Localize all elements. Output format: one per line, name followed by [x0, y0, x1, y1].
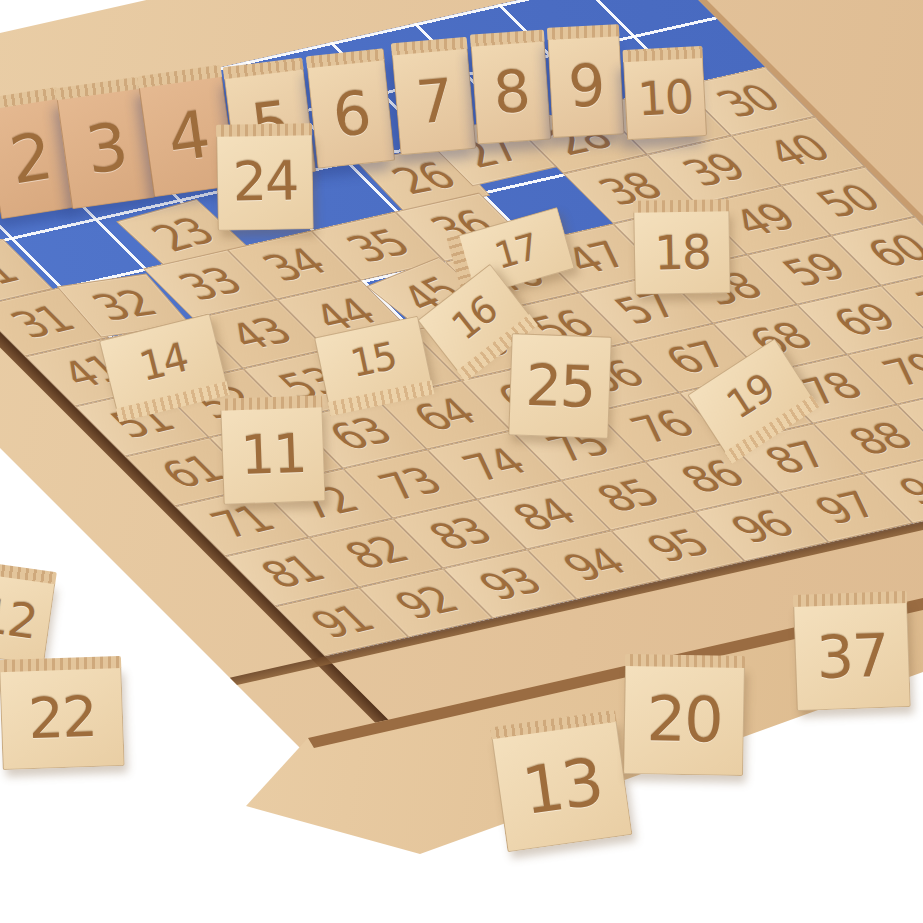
tile-24[interactable]: 24	[216, 133, 314, 231]
tile-number: 81	[252, 550, 331, 593]
tile-number: 17	[491, 229, 541, 275]
tile-edge	[0, 561, 57, 585]
tile-number: 73	[370, 463, 449, 506]
tile-number: 12	[0, 591, 39, 645]
tile-number: 79	[874, 349, 923, 392]
tile-number: 24	[232, 154, 298, 209]
tile-number: 76	[622, 406, 701, 449]
tile-number: 2	[5, 123, 54, 193]
tile-number: 14	[135, 337, 190, 387]
tile-number: 21	[0, 252, 26, 295]
tile-10[interactable]: 10	[623, 56, 707, 140]
tile-edge	[216, 123, 312, 137]
tile-number: 95	[638, 524, 717, 567]
tile-number: 35	[338, 225, 417, 268]
tile-number: 33	[170, 263, 249, 306]
tile-number: 31	[2, 301, 81, 344]
tile-number: 43	[220, 313, 299, 356]
tile-number: 98	[890, 468, 923, 511]
tile-number: 85	[588, 475, 667, 518]
tile-number: 87	[756, 437, 835, 480]
tile-9[interactable]: 9	[547, 34, 624, 138]
tile-number: 30	[708, 80, 787, 123]
tile-number: 10	[637, 74, 694, 123]
tile-number: 74	[454, 444, 533, 487]
tile-37[interactable]: 37	[793, 601, 911, 711]
tile-13[interactable]: 13	[492, 720, 633, 852]
tile-number: 63	[320, 413, 399, 456]
tile-edge	[633, 199, 729, 213]
tile-number: 60	[858, 230, 923, 273]
tile-number: 3	[82, 113, 130, 183]
tile-number: 61	[152, 451, 231, 494]
tile-25[interactable]: 25	[508, 333, 611, 438]
tile-number: 84	[504, 493, 583, 536]
tile-number: 96	[722, 506, 801, 549]
tile-11[interactable]: 11	[220, 405, 325, 505]
tile-number: 88	[840, 418, 919, 461]
tile-number: 83	[420, 512, 499, 555]
tile-number: 4	[164, 101, 212, 171]
tile-number: 23	[143, 213, 222, 257]
tile-number: 8	[492, 62, 531, 122]
tile-number: 39	[674, 149, 753, 192]
board-scene: 2123262728293031323334353638394041424344…	[0, 0, 923, 923]
tile-number: 91	[302, 600, 381, 643]
tile-18[interactable]: 18	[633, 209, 730, 295]
tile-number: 19	[720, 367, 780, 425]
tile-number: 97	[806, 487, 885, 530]
tile-number: 59	[774, 249, 853, 292]
tile-number: 86	[672, 456, 751, 499]
tile-number: 94	[554, 543, 633, 586]
tile-number: 82	[336, 531, 415, 574]
tile-number: 93	[470, 562, 549, 605]
tile-number: 15	[347, 337, 398, 383]
tile-number: 16	[446, 290, 503, 346]
tile-number: 9	[567, 56, 605, 116]
tile-edge	[220, 395, 322, 411]
tile-edge	[793, 591, 907, 607]
tile-number: 11	[240, 427, 307, 483]
tile-22[interactable]: 22	[0, 666, 125, 770]
tile-number: 34	[254, 244, 333, 287]
tile-number: 37	[815, 625, 888, 686]
tile-number: 49	[724, 199, 803, 242]
tile-number: 71	[202, 500, 281, 543]
tile-20[interactable]: 20	[623, 664, 745, 776]
tile-edge	[547, 24, 620, 40]
tile-number: 50	[808, 180, 887, 223]
tile-7[interactable]: 7	[392, 47, 477, 155]
tile-number: 22	[27, 689, 96, 747]
tile-number: 92	[386, 581, 465, 624]
tile-number: 64	[404, 394, 483, 437]
tile-number: 13	[519, 748, 606, 823]
tile-number: 32	[84, 285, 163, 325]
tile-number: 70	[908, 280, 923, 323]
tile-8[interactable]: 8	[471, 40, 552, 145]
tile-number: 40	[758, 130, 837, 173]
tile-edge	[625, 654, 745, 668]
tile-number: 20	[646, 688, 722, 751]
tile-12[interactable]: 12	[0, 571, 55, 666]
tile-6[interactable]: 6	[307, 58, 395, 169]
tile-number: 25	[525, 356, 595, 415]
tile-edge	[490, 710, 616, 739]
tile-number: 69	[824, 299, 903, 342]
tile-number: 6	[330, 82, 372, 145]
tile-number: 18	[654, 228, 711, 276]
tile-number: 7	[414, 70, 455, 132]
